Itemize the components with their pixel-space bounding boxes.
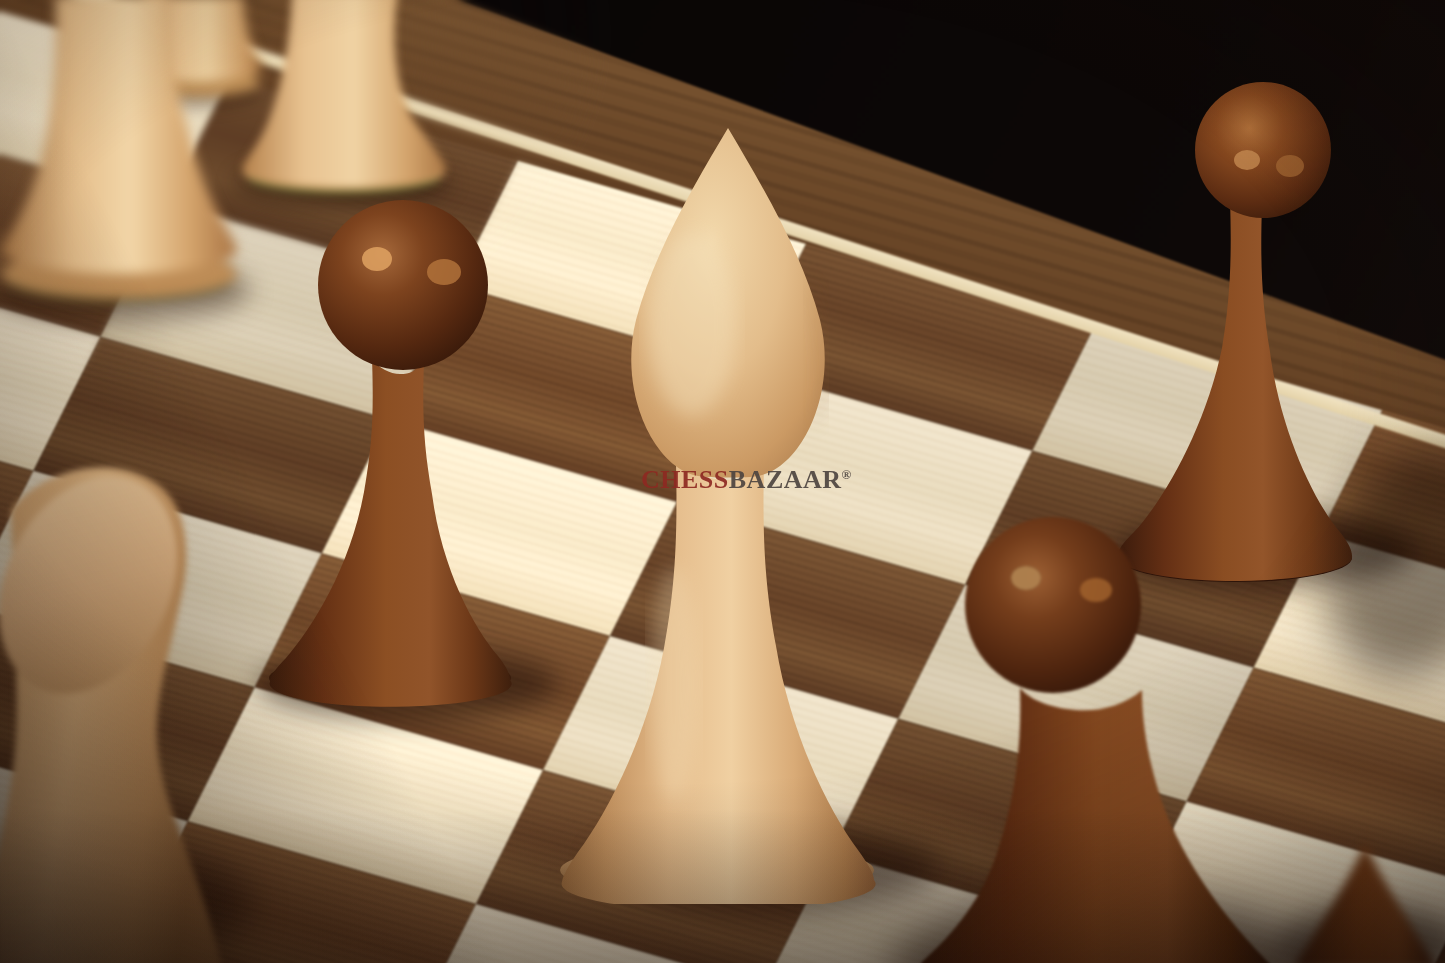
chessbazaar-watermark: CHESSBAZAAR® bbox=[641, 465, 852, 495]
watermark-chess: CHESS bbox=[641, 465, 729, 494]
watermark-bazaar: BAZAAR bbox=[729, 465, 842, 494]
chess-photo-scene: CHESSBAZAAR® bbox=[0, 0, 1445, 963]
registered-trademark-icon: ® bbox=[842, 467, 852, 482]
